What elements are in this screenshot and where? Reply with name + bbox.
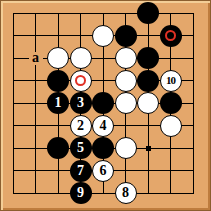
- black-stone: [160, 25, 182, 47]
- move-number: 6: [100, 163, 107, 177]
- white-stone: [115, 70, 137, 92]
- white-stone: [47, 47, 69, 69]
- black-stone: 9: [70, 182, 92, 204]
- white-stone: [70, 47, 92, 69]
- white-stone: 8: [115, 182, 137, 204]
- white-stone: [92, 25, 114, 47]
- white-stone: [115, 137, 137, 159]
- point-label-a: a: [29, 52, 43, 65]
- white-stone: 6: [92, 160, 114, 182]
- black-stone: [160, 92, 182, 114]
- move-number: 7: [77, 163, 84, 177]
- circle-marker: [75, 75, 86, 86]
- grid-line-vertical: [193, 13, 194, 194]
- black-stone: [137, 70, 159, 92]
- grid-line-horizontal: [13, 13, 194, 14]
- black-stone: [47, 70, 69, 92]
- black-stone: [115, 25, 137, 47]
- white-stone: [70, 70, 92, 92]
- black-stone: [137, 47, 159, 69]
- white-stone: 2: [70, 115, 92, 137]
- white-stone: [115, 47, 137, 69]
- move-number: 1: [55, 96, 62, 110]
- move-number: 5: [77, 141, 84, 155]
- black-stone: [47, 137, 69, 159]
- white-stone: [160, 115, 182, 137]
- black-stone: [92, 92, 114, 114]
- black-stone: 1: [47, 92, 69, 114]
- move-number: 8: [122, 186, 129, 200]
- white-stone: [115, 92, 137, 114]
- grid-line-vertical: [13, 13, 14, 194]
- black-stone: 3: [70, 92, 92, 114]
- move-number: 4: [100, 118, 107, 132]
- star-point: [146, 146, 151, 151]
- move-number: 9: [77, 186, 84, 200]
- black-stone: [137, 2, 159, 24]
- grid-line-vertical: [35, 13, 36, 194]
- circle-marker: [165, 30, 176, 41]
- black-stone: 7: [70, 160, 92, 182]
- black-stone: [92, 137, 114, 159]
- move-number: 10: [166, 75, 175, 86]
- move-number: 2: [77, 118, 84, 132]
- black-stone: 5: [70, 137, 92, 159]
- white-stone: 10: [160, 70, 182, 92]
- go-board: 10132457698a: [0, 0, 211, 211]
- white-stone: 4: [92, 115, 114, 137]
- white-stone: [137, 92, 159, 114]
- grid-line-horizontal: [13, 193, 194, 194]
- move-number: 3: [77, 96, 84, 110]
